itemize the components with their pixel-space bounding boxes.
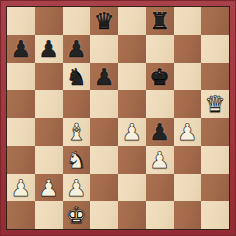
square-d2[interactable]: [90, 174, 118, 202]
square-f5[interactable]: [146, 90, 174, 118]
white-pawn[interactable]: ♟: [174, 118, 202, 146]
square-g7[interactable]: [174, 35, 202, 63]
black-pawn[interactable]: ♟: [35, 35, 63, 63]
square-f8[interactable]: ♜: [146, 7, 174, 35]
square-h8[interactable]: [201, 7, 229, 35]
square-c7[interactable]: ♟: [63, 35, 91, 63]
black-pawn[interactable]: ♟: [146, 118, 174, 146]
square-e3[interactable]: [118, 146, 146, 174]
square-a3[interactable]: [7, 146, 35, 174]
white-pawn[interactable]: ♟: [35, 174, 63, 202]
square-f4[interactable]: ♟: [146, 118, 174, 146]
square-e8[interactable]: [118, 7, 146, 35]
square-b8[interactable]: [35, 7, 63, 35]
square-a2[interactable]: ♟: [7, 174, 35, 202]
square-c2[interactable]: ♟: [63, 174, 91, 202]
square-h2[interactable]: [201, 174, 229, 202]
square-b7[interactable]: ♟: [35, 35, 63, 63]
white-pawn[interactable]: ♟: [7, 174, 35, 202]
chess-board: ♛♜♟♟♟♞♟♚♛♝♟♟♟♞♟♟♟♟♚: [7, 7, 229, 229]
square-f7[interactable]: [146, 35, 174, 63]
square-c4[interactable]: ♝: [63, 118, 91, 146]
white-king[interactable]: ♚: [63, 201, 91, 229]
black-pawn[interactable]: ♟: [7, 35, 35, 63]
white-pawn[interactable]: ♟: [146, 146, 174, 174]
square-h4[interactable]: [201, 118, 229, 146]
square-h1[interactable]: [201, 201, 229, 229]
square-f6[interactable]: ♚: [146, 63, 174, 91]
square-e2[interactable]: [118, 174, 146, 202]
square-c5[interactable]: [63, 90, 91, 118]
square-d6[interactable]: ♟: [90, 63, 118, 91]
square-f3[interactable]: ♟: [146, 146, 174, 174]
square-b3[interactable]: [35, 146, 63, 174]
square-b2[interactable]: ♟: [35, 174, 63, 202]
square-c3[interactable]: ♞: [63, 146, 91, 174]
square-e5[interactable]: [118, 90, 146, 118]
square-a6[interactable]: [7, 63, 35, 91]
black-rook[interactable]: ♜: [146, 7, 174, 35]
black-knight[interactable]: ♞: [63, 63, 91, 91]
black-king[interactable]: ♚: [146, 63, 174, 91]
white-knight[interactable]: ♞: [63, 146, 91, 174]
white-pawn[interactable]: ♟: [63, 174, 91, 202]
square-h5[interactable]: ♛: [201, 90, 229, 118]
square-c8[interactable]: [63, 7, 91, 35]
white-pawn[interactable]: ♟: [118, 118, 146, 146]
square-d5[interactable]: [90, 90, 118, 118]
square-d7[interactable]: [90, 35, 118, 63]
square-d4[interactable]: [90, 118, 118, 146]
square-g6[interactable]: [174, 63, 202, 91]
square-h6[interactable]: [201, 63, 229, 91]
square-a1[interactable]: [7, 201, 35, 229]
white-bishop[interactable]: ♝: [63, 118, 91, 146]
square-e4[interactable]: ♟: [118, 118, 146, 146]
square-c1[interactable]: ♚: [63, 201, 91, 229]
square-g1[interactable]: [174, 201, 202, 229]
black-queen[interactable]: ♛: [90, 7, 118, 35]
square-e1[interactable]: [118, 201, 146, 229]
square-b6[interactable]: [35, 63, 63, 91]
square-e6[interactable]: [118, 63, 146, 91]
square-a5[interactable]: [7, 90, 35, 118]
square-h3[interactable]: [201, 146, 229, 174]
square-a8[interactable]: [7, 7, 35, 35]
square-f1[interactable]: [146, 201, 174, 229]
square-a4[interactable]: [7, 118, 35, 146]
square-g3[interactable]: [174, 146, 202, 174]
square-g5[interactable]: [174, 90, 202, 118]
square-b4[interactable]: [35, 118, 63, 146]
square-c6[interactable]: ♞: [63, 63, 91, 91]
white-queen[interactable]: ♛: [201, 90, 229, 118]
square-d3[interactable]: [90, 146, 118, 174]
square-e7[interactable]: [118, 35, 146, 63]
square-a7[interactable]: ♟: [7, 35, 35, 63]
square-h7[interactable]: [201, 35, 229, 63]
square-b1[interactable]: [35, 201, 63, 229]
square-b5[interactable]: [35, 90, 63, 118]
square-g8[interactable]: [174, 7, 202, 35]
square-f2[interactable]: [146, 174, 174, 202]
chess-board-frame: ♛♜♟♟♟♞♟♚♛♝♟♟♟♞♟♟♟♟♚: [0, 0, 236, 236]
black-pawn[interactable]: ♟: [63, 35, 91, 63]
square-g4[interactable]: ♟: [174, 118, 202, 146]
square-d1[interactable]: [90, 201, 118, 229]
square-g2[interactable]: [174, 174, 202, 202]
black-pawn[interactable]: ♟: [90, 63, 118, 91]
square-d8[interactable]: ♛: [90, 7, 118, 35]
